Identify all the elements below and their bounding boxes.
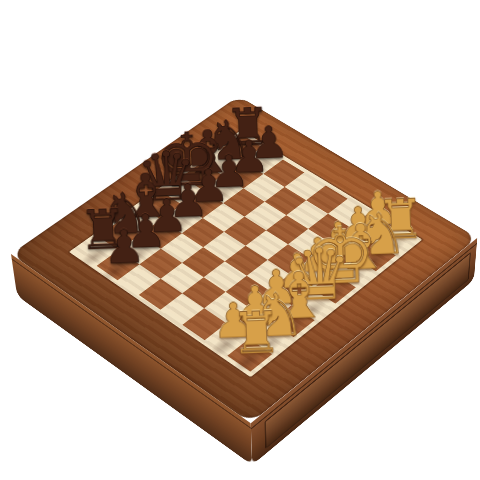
- square-c5: [182, 247, 225, 277]
- piece-black-knight-b8: ♞: [94, 182, 156, 241]
- square-g2: [330, 227, 372, 256]
- white-pawn-icon: ♟: [337, 202, 380, 247]
- piece-black-pawn-f7: ♟: [199, 148, 259, 195]
- piece-shadow-f2: [311, 250, 349, 278]
- black-pawn-icon: ♟: [124, 210, 167, 255]
- piece-shadow-a1: [228, 346, 268, 376]
- piece-shadow-g1: [354, 248, 392, 276]
- square-d3: [247, 260, 290, 290]
- square-d7: [161, 205, 203, 234]
- square-g8: [202, 148, 243, 175]
- square-g1: [353, 241, 396, 271]
- piece-shadow-b8: [97, 228, 135, 255]
- square-c2: [248, 290, 292, 321]
- square-e8: [161, 177, 202, 205]
- square-h2: [350, 212, 392, 241]
- photo-alt-text: Overhead angled product photo of a squar…: [0, 0, 1, 1]
- square-b5: [161, 263, 204, 294]
- piece-shadow-c1: [271, 312, 310, 341]
- square-b6: [139, 249, 182, 279]
- square-g4: [286, 200, 328, 229]
- piece-shadow-d8: [140, 198, 177, 224]
- piece-shadow-g7: [223, 167, 260, 192]
- piece-shadow-c7: [140, 226, 178, 253]
- piece-shadow-d7: [161, 211, 199, 237]
- square-e5: [224, 217, 266, 246]
- piece-shadow-h1: [374, 233, 411, 260]
- square-a5: [139, 279, 182, 310]
- square-f4: [266, 215, 308, 244]
- piece-shadow-g8: [202, 154, 238, 179]
- white-pawn-icon: ♟: [357, 187, 400, 232]
- piece-shadow-h7: [243, 153, 279, 178]
- piece-shadow-a8: [76, 243, 115, 270]
- square-d4: [225, 246, 268, 276]
- square-b1: [249, 322, 293, 354]
- square-e2: [290, 258, 333, 288]
- piece-white-pawn-g2: ♟: [327, 200, 389, 248]
- square-h7: [242, 147, 283, 174]
- piece-shadow-a2: [205, 331, 245, 361]
- piece-black-pawn-g7: ♟: [219, 134, 278, 180]
- square-b2: [226, 307, 270, 339]
- square-d8: [140, 191, 181, 219]
- square-c3: [226, 276, 269, 307]
- square-e3: [268, 244, 311, 274]
- square-f3: [288, 229, 330, 259]
- piece-shadow-b7: [118, 241, 156, 268]
- square-a2: [205, 323, 249, 355]
- square-a7: [97, 250, 140, 280]
- square-e1: [312, 273, 355, 304]
- square-f7: [202, 175, 243, 203]
- piece-shadow-d2: [270, 281, 309, 309]
- piece-black-pawn-h7: ♟: [239, 120, 298, 166]
- piece-shadow-e2: [290, 265, 328, 293]
- piece-black-pawn-e7: ♟: [179, 162, 239, 209]
- square-h8: [222, 134, 262, 161]
- square-e7: [182, 190, 223, 218]
- square-c6: [161, 233, 203, 263]
- piece-black-bishop-f8: ♝: [178, 121, 238, 182]
- piece-shadow-b1: [250, 329, 290, 359]
- square-g5: [265, 187, 306, 215]
- square-a1: [227, 339, 272, 372]
- black-bishop-icon: ♝: [181, 124, 236, 182]
- piece-black-pawn-b7: ♟: [115, 207, 177, 255]
- square-d5: [203, 232, 245, 262]
- piece-shadow-e7: [182, 196, 219, 222]
- piece-black-pawn-d7: ♟: [158, 177, 219, 224]
- black-pawn-icon: ♟: [146, 195, 189, 240]
- square-f6: [223, 188, 264, 216]
- black-pawn-icon: ♟: [167, 180, 209, 225]
- piece-shadow-e8: [161, 183, 198, 209]
- black-rook-icon: ♜: [224, 102, 272, 152]
- square-d2: [269, 274, 312, 305]
- piece-shadow-e1: [313, 280, 351, 308]
- black-pawn-icon: ♟: [208, 150, 250, 194]
- square-f1: [333, 257, 376, 287]
- square-b8: [98, 221, 140, 250]
- square-d1: [292, 289, 336, 320]
- square-c1: [271, 305, 315, 337]
- piece-black-rook-h8: ♜: [218, 100, 277, 153]
- square-f5: [245, 202, 287, 231]
- piece-black-bishop-c8: ♝: [115, 164, 176, 226]
- piece-shadow-h8: [222, 140, 258, 165]
- piece-black-rook-a8: ♜: [72, 201, 134, 257]
- square-h3: [328, 199, 370, 228]
- square-g3: [308, 214, 350, 243]
- square-e4: [246, 230, 288, 260]
- square-h1: [373, 226, 415, 255]
- black-bishop-icon: ♝: [118, 167, 174, 226]
- black-rook-icon: ♜: [78, 203, 128, 256]
- black-knight-icon: ♞: [98, 185, 151, 241]
- square-h6: [263, 160, 304, 187]
- square-h4: [306, 186, 347, 214]
- square-a3: [182, 308, 226, 340]
- black-knight-icon: ♞: [203, 113, 254, 167]
- square-c8: [119, 206, 161, 235]
- product-photo-scene: Overhead angled product photo of a squar…: [0, 0, 480, 480]
- piece-shadow-b2: [227, 314, 266, 343]
- piece-shadow-c2: [248, 297, 287, 326]
- piece-white-pawn-h2: ♟: [347, 185, 408, 233]
- black-king-icon: ♚: [154, 125, 222, 197]
- piece-black-pawn-c7: ♟: [136, 192, 197, 240]
- black-pawn-icon: ♟: [188, 165, 230, 209]
- square-a4: [160, 293, 204, 324]
- piece-black-king-e8: ♚: [157, 121, 218, 196]
- square-b4: [182, 277, 225, 308]
- black-pawn-icon: ♟: [248, 122, 289, 165]
- piece-shadow-g2: [331, 234, 368, 261]
- piece-black-knight-g8: ♞: [198, 110, 257, 167]
- piece-white-rook-h1: ♜: [370, 190, 432, 246]
- square-b3: [204, 292, 248, 323]
- piece-shadow-h2: [351, 219, 388, 246]
- piece-black-queen-d8: ♛: [136, 141, 197, 211]
- square-h5: [285, 172, 326, 200]
- black-pawn-icon: ♟: [229, 136, 270, 180]
- square-g7: [223, 161, 264, 188]
- square-c7: [140, 220, 182, 249]
- chess-box: ♜♞♝♛♚♝♞♜♟♟♟♟♟♟♟♟♟♟♟♟♟♟♟♟♜♞♝♛♚♝♞♜: [11, 96, 477, 423]
- square-g6: [243, 174, 284, 202]
- square-e6: [203, 203, 245, 232]
- square-a8: [76, 236, 118, 266]
- square-a6: [118, 264, 161, 295]
- piece-shadow-d1: [292, 296, 331, 325]
- square-d6: [182, 218, 224, 247]
- scene-tilt-wrapper: ♜♞♝♛♚♝♞♜♟♟♟♟♟♟♟♟♟♟♟♟♟♟♟♟♜♞♝♛♚♝♞♜: [0, 0, 480, 480]
- piece-shadow-f7: [202, 182, 239, 208]
- black-queen-icon: ♛: [135, 145, 198, 211]
- square-c4: [204, 261, 247, 291]
- square-b7: [118, 235, 160, 265]
- piece-shadow-a7: [96, 257, 135, 285]
- piece-shadow-f1: [334, 264, 372, 292]
- white-rook-icon: ♜: [376, 193, 426, 246]
- box-top: [11, 96, 477, 423]
- piece-shadow-c8: [119, 213, 157, 239]
- piece-shadow-f8: [182, 169, 219, 194]
- square-f8: [182, 162, 223, 189]
- square-f2: [310, 243, 353, 273]
